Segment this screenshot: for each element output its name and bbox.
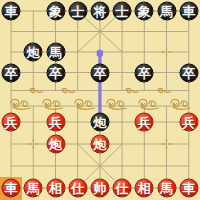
piece-red-chariot-i1[interactable]: 車	[179, 179, 198, 198]
piece-red-soldier-g4[interactable]: 兵	[135, 113, 154, 132]
piece-black-soldier-g7[interactable]: 卒	[135, 63, 154, 82]
piece-black-elephant-g10[interactable]: 象	[135, 2, 154, 21]
piece-red-soldier-c4[interactable]: 兵	[46, 113, 65, 132]
piece-black-soldier-i7[interactable]: 卒	[179, 63, 198, 82]
piece-red-elephant-g1[interactable]: 相	[135, 179, 154, 198]
piece-red-advisor-d1[interactable]: 仕	[68, 179, 87, 198]
piece-red-soldier-i4[interactable]: 兵	[179, 113, 198, 132]
piece-black-horse-h10[interactable]: 馬	[157, 2, 176, 21]
piece-red-horse-h1[interactable]: 馬	[157, 179, 176, 198]
piece-red-elephant-c1[interactable]: 相	[46, 179, 65, 198]
piece-red-horse-b1[interactable]: 馬	[24, 179, 43, 198]
piece-black-soldier-c7[interactable]: 卒	[46, 63, 65, 82]
last-move-trail	[97, 50, 103, 121]
piece-black-general-e10[interactable]: 将	[90, 2, 109, 21]
piece-red-general-e1[interactable]: 帅	[90, 179, 109, 198]
piece-black-soldier-e7[interactable]: 卒	[90, 63, 109, 82]
piece-black-chariot-a10[interactable]: 車	[2, 2, 21, 21]
piece-red-soldier-a4[interactable]: 兵	[2, 113, 21, 132]
piece-black-advisor-f10[interactable]: 士	[113, 2, 132, 21]
piece-black-advisor-d10[interactable]: 士	[68, 2, 87, 21]
piece-black-cannon-e4[interactable]: 炮	[90, 113, 109, 132]
piece-black-horse-c8[interactable]: 馬	[46, 43, 65, 62]
piece-black-chariot-i10[interactable]: 車	[179, 2, 198, 21]
piece-red-cannon-e3[interactable]: 炮	[90, 135, 109, 154]
board-grid	[0, 0, 200, 200]
piece-black-cannon-b8[interactable]: 炮	[24, 43, 43, 62]
piece-red-chariot-a1[interactable]: 車	[2, 179, 21, 198]
xiangqi-board: 車象士将士象馬車炮馬卒卒卒卒卒炮兵兵兵兵炮炮車馬相仕帅仕相馬車	[0, 0, 200, 200]
piece-black-elephant-c10[interactable]: 象	[46, 2, 65, 21]
piece-red-cannon-c3[interactable]: 炮	[46, 135, 65, 154]
piece-red-advisor-f1[interactable]: 仕	[113, 179, 132, 198]
piece-black-soldier-a7[interactable]: 卒	[2, 63, 21, 82]
